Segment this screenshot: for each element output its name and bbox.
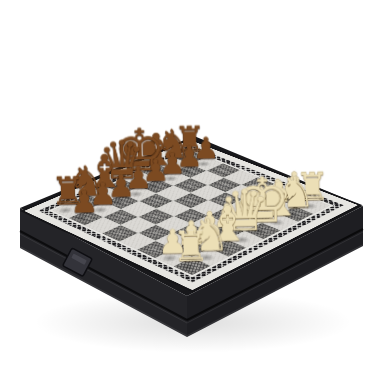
piece-glyph: ♟ [70, 186, 99, 218]
square-a7[interactable]: ♟ [69, 210, 103, 225]
square-a1[interactable]: ♜ [174, 258, 210, 275]
product-photo: ♜♟♟♜♞♟♟♞♝♟♟♝♚♟♟♚♛♟♟♛♝♟♟♝♞♟♟♞♜♟♟♜ [0, 0, 380, 380]
piece-glyph: ♜ [173, 226, 210, 268]
